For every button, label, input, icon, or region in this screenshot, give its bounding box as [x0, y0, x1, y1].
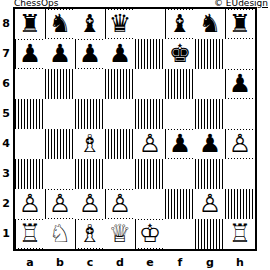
- piece-white-bishop[interactable]: ♗: [77, 220, 103, 248]
- square-c2[interactable]: ♙: [75, 189, 105, 219]
- square-e4[interactable]: ♙: [135, 129, 165, 159]
- square-b2[interactable]: ♙: [45, 189, 75, 219]
- piece-white-rook[interactable]: ♖: [227, 220, 253, 248]
- piece-white-pawn[interactable]: ♙: [77, 190, 103, 218]
- app-title: ChessOps: [14, 0, 58, 7]
- square-c3[interactable]: [75, 159, 105, 189]
- rank-label-3: 3: [0, 159, 12, 189]
- square-e5[interactable]: [135, 99, 165, 129]
- square-h8[interactable]: ♜: [225, 9, 255, 39]
- square-f8[interactable]: ♝: [165, 9, 195, 39]
- rank-label-1: 1: [0, 219, 12, 249]
- piece-black-pawn[interactable]: ♟: [77, 40, 103, 68]
- square-g3[interactable]: [195, 159, 225, 189]
- piece-white-pawn[interactable]: ♙: [47, 190, 73, 218]
- square-g8[interactable]: ♞: [195, 9, 225, 39]
- piece-black-knight[interactable]: ♞: [47, 10, 73, 38]
- square-f3[interactable]: [165, 159, 195, 189]
- page: { "header": { "title": "ChessOps", "cred…: [0, 0, 270, 270]
- square-h2[interactable]: [225, 189, 255, 219]
- file-label-f: f: [165, 256, 195, 270]
- rank-label-5: 5: [0, 99, 12, 129]
- square-c1[interactable]: ♗: [75, 219, 105, 249]
- file-labels: abcdefgh: [15, 251, 255, 265]
- file-label-a: a: [15, 256, 45, 270]
- square-g1[interactable]: [195, 219, 225, 249]
- piece-black-pawn[interactable]: ♟: [47, 40, 73, 68]
- square-b3[interactable]: [45, 159, 75, 189]
- square-a1[interactable]: ♖: [15, 219, 45, 249]
- square-f2[interactable]: [165, 189, 195, 219]
- square-g7[interactable]: [195, 39, 225, 69]
- chess-board: ♜♞♝♛♝♞♜♟♟♟♟♚♟♗♙♟♟♙♙♙♙♙♙♖♘♗♕♔♖: [13, 7, 257, 251]
- square-a7[interactable]: ♟: [15, 39, 45, 69]
- rank-label-8: 8: [0, 9, 12, 39]
- square-b4[interactable]: [45, 129, 75, 159]
- file-label-d: d: [105, 256, 135, 270]
- square-d5[interactable]: [105, 99, 135, 129]
- piece-white-rook[interactable]: ♖: [17, 220, 43, 248]
- square-b8[interactable]: ♞: [45, 9, 75, 39]
- piece-black-rook[interactable]: ♜: [17, 10, 43, 38]
- square-a6[interactable]: [15, 69, 45, 99]
- piece-black-rook[interactable]: ♜: [227, 10, 253, 38]
- square-a5[interactable]: [15, 99, 45, 129]
- square-f6[interactable]: [165, 69, 195, 99]
- square-e1[interactable]: ♔: [135, 219, 165, 249]
- square-h7[interactable]: [225, 39, 255, 69]
- square-a3[interactable]: [15, 159, 45, 189]
- square-b6[interactable]: [45, 69, 75, 99]
- square-f1[interactable]: [165, 219, 195, 249]
- square-b7[interactable]: ♟: [45, 39, 75, 69]
- piece-white-pawn[interactable]: ♙: [107, 190, 133, 218]
- rank-label-4: 4: [0, 129, 12, 159]
- piece-white-queen[interactable]: ♕: [107, 220, 133, 248]
- square-b1[interactable]: ♘: [45, 219, 75, 249]
- piece-black-pawn[interactable]: ♟: [107, 40, 133, 68]
- file-label-b: b: [45, 256, 75, 270]
- square-g2[interactable]: ♙: [195, 189, 225, 219]
- file-label-h: h: [225, 256, 255, 270]
- square-d2[interactable]: ♙: [105, 189, 135, 219]
- copyright-credit: © EUdesign: [214, 0, 268, 7]
- square-d3[interactable]: [105, 159, 135, 189]
- square-a8[interactable]: ♜: [15, 9, 45, 39]
- piece-white-pawn[interactable]: ♙: [17, 190, 43, 218]
- piece-black-pawn[interactable]: ♟: [167, 130, 193, 158]
- square-a2[interactable]: ♙: [15, 189, 45, 219]
- square-g4[interactable]: ♟: [195, 129, 225, 159]
- piece-black-queen[interactable]: ♛: [107, 10, 133, 38]
- square-d1[interactable]: ♕: [105, 219, 135, 249]
- square-h6[interactable]: ♟: [225, 69, 255, 99]
- rank-labels: 87654321: [0, 9, 12, 249]
- square-f7[interactable]: ♚: [165, 39, 195, 69]
- file-label-e: e: [135, 256, 165, 270]
- square-c4[interactable]: ♗: [75, 129, 105, 159]
- square-f5[interactable]: [165, 99, 195, 129]
- piece-black-knight[interactable]: ♞: [197, 10, 223, 38]
- square-e2[interactable]: [135, 189, 165, 219]
- square-d7[interactable]: ♟: [105, 39, 135, 69]
- piece-black-bishop[interactable]: ♝: [77, 10, 103, 38]
- piece-white-pawn[interactable]: ♙: [197, 190, 223, 218]
- square-c6[interactable]: [75, 69, 105, 99]
- piece-black-pawn[interactable]: ♟: [197, 130, 223, 158]
- square-c7[interactable]: ♟: [75, 39, 105, 69]
- piece-black-king[interactable]: ♚: [167, 40, 193, 68]
- rank-label-7: 7: [0, 39, 12, 69]
- square-c8[interactable]: ♝: [75, 9, 105, 39]
- square-h3[interactable]: [225, 159, 255, 189]
- piece-black-pawn[interactable]: ♟: [17, 40, 43, 68]
- piece-white-bishop[interactable]: ♗: [77, 130, 103, 158]
- square-h1[interactable]: ♖: [225, 219, 255, 249]
- piece-white-king[interactable]: ♔: [137, 220, 163, 248]
- piece-white-pawn[interactable]: ♙: [137, 130, 163, 158]
- square-g6[interactable]: [195, 69, 225, 99]
- file-label-g: g: [195, 256, 225, 270]
- square-e3[interactable]: [135, 159, 165, 189]
- square-h4[interactable]: ♙: [225, 129, 255, 159]
- piece-white-pawn[interactable]: ♙: [227, 130, 253, 158]
- square-e7[interactable]: [135, 39, 165, 69]
- piece-black-pawn[interactable]: ♟: [227, 70, 253, 98]
- square-e6[interactable]: [135, 69, 165, 99]
- square-d6[interactable]: [105, 69, 135, 99]
- piece-black-bishop[interactable]: ♝: [167, 10, 193, 38]
- square-d8[interactable]: ♛: [105, 9, 135, 39]
- rank-label-2: 2: [0, 189, 12, 219]
- rank-label-6: 6: [0, 69, 12, 99]
- square-a4[interactable]: [15, 129, 45, 159]
- square-g5[interactable]: [195, 99, 225, 129]
- piece-white-knight[interactable]: ♘: [47, 220, 73, 248]
- square-c5[interactable]: [75, 99, 105, 129]
- file-label-c: c: [75, 256, 105, 270]
- square-f4[interactable]: ♟: [165, 129, 195, 159]
- square-d4[interactable]: [105, 129, 135, 159]
- square-b5[interactable]: [45, 99, 75, 129]
- square-e8[interactable]: [135, 9, 165, 39]
- square-h5[interactable]: [225, 99, 255, 129]
